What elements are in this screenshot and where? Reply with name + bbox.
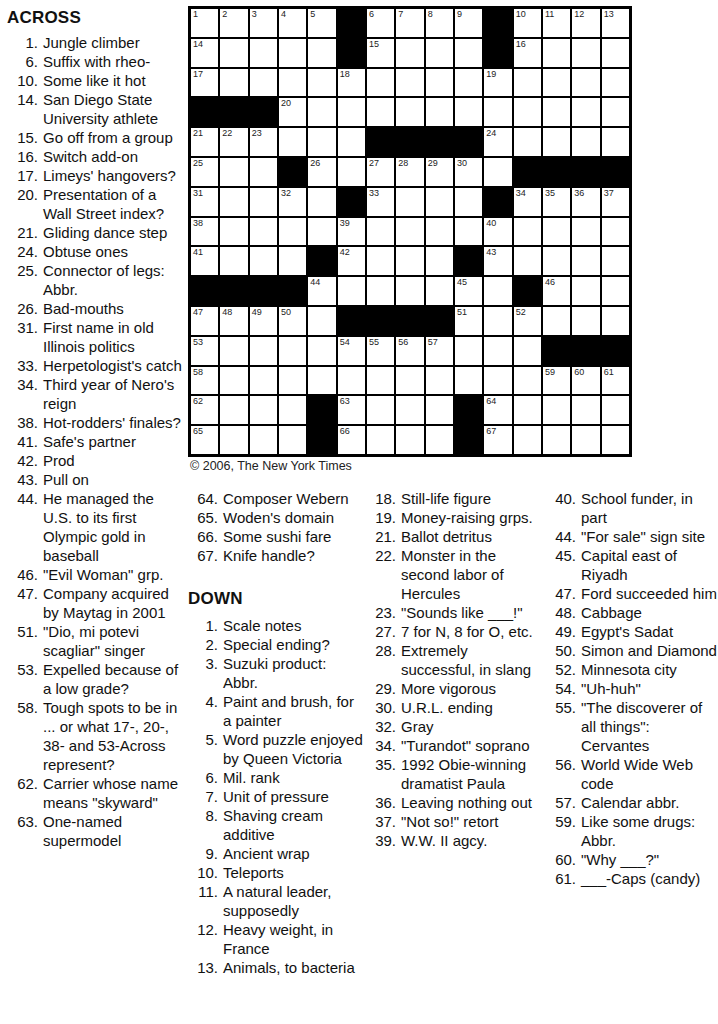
grid-cell[interactable] xyxy=(454,38,483,68)
grid-cell[interactable] xyxy=(601,276,630,306)
clue-number: 54. xyxy=(546,679,576,698)
grid-cell[interactable]: 34 xyxy=(513,187,542,217)
grid-cell[interactable]: 30 xyxy=(454,157,483,187)
clue-item: 55."The discoverer of all things": Cerva… xyxy=(546,698,718,755)
grid-cell[interactable] xyxy=(249,246,278,276)
grid-cell[interactable] xyxy=(542,306,571,336)
grid-cell[interactable] xyxy=(601,217,630,247)
black-cell xyxy=(337,8,366,38)
grid-cell[interactable] xyxy=(454,366,483,396)
grid-cell[interactable] xyxy=(601,68,630,98)
grid-cell[interactable] xyxy=(454,187,483,217)
grid-cell[interactable]: 42 xyxy=(337,246,366,276)
grid-cell[interactable] xyxy=(571,395,600,425)
clue-number: 16. xyxy=(2,147,38,166)
clue-text: 7 for N, 8 for O, etc. xyxy=(401,622,538,641)
grid-cell[interactable] xyxy=(249,68,278,98)
black-cell xyxy=(337,38,366,68)
grid-cell[interactable] xyxy=(542,127,571,157)
grid-cell[interactable]: 3 xyxy=(249,8,278,38)
grid-cell[interactable] xyxy=(366,68,395,98)
grid-cell[interactable] xyxy=(366,366,395,396)
clue-text: Connector of legs: Abbr. xyxy=(43,261,184,299)
black-cell xyxy=(366,306,395,336)
grid-cell[interactable]: 61 xyxy=(601,366,630,396)
grid-cell[interactable] xyxy=(425,38,454,68)
grid-cell[interactable] xyxy=(513,395,542,425)
black-cell xyxy=(219,276,248,306)
grid-cell[interactable] xyxy=(278,68,307,98)
grid-cell[interactable] xyxy=(249,366,278,396)
grid-cell[interactable] xyxy=(395,68,424,98)
clue-number: 67. xyxy=(188,546,218,565)
clue-item: 21.Gliding dance step xyxy=(2,223,184,242)
grid-cell[interactable] xyxy=(454,97,483,127)
grid-cell[interactable]: 46 xyxy=(542,276,571,306)
clue-text: Ancient wrap xyxy=(223,844,363,863)
grid-cell[interactable]: 28 xyxy=(395,157,424,187)
grid-cell[interactable]: 23 xyxy=(249,127,278,157)
black-cell xyxy=(307,425,336,455)
grid-cell[interactable] xyxy=(483,366,512,396)
cell-number: 1 xyxy=(193,9,198,20)
grid-cell[interactable] xyxy=(425,425,454,455)
grid-cell[interactable]: 66 xyxy=(337,425,366,455)
grid-cell[interactable] xyxy=(483,97,512,127)
grid-cell[interactable] xyxy=(278,336,307,366)
grid-cell[interactable] xyxy=(337,276,366,306)
across-clues-column: ACROSS 1.Jungle climber6.Suffix with rhe… xyxy=(2,8,184,850)
grid-cell[interactable] xyxy=(249,217,278,247)
grid-cell[interactable]: 63 xyxy=(337,395,366,425)
grid-cell[interactable] xyxy=(571,68,600,98)
grid-cell[interactable] xyxy=(571,127,600,157)
clue-text: Some like it hot xyxy=(43,71,184,90)
clue-text: First name in old Illinois politics xyxy=(43,318,184,356)
grid-cell[interactable]: 38 xyxy=(190,217,219,247)
grid-cell[interactable]: 13 xyxy=(601,8,630,38)
grid-cell[interactable]: 15 xyxy=(366,38,395,68)
clue-text: Limeys' hangovers? xyxy=(43,166,184,185)
grid-cell[interactable]: 49 xyxy=(249,306,278,336)
grid-cell[interactable]: 6 xyxy=(366,8,395,38)
grid-cell[interactable]: 67 xyxy=(483,425,512,455)
cell-number: 56 xyxy=(398,337,408,348)
grid-cell[interactable] xyxy=(425,97,454,127)
grid-cell[interactable] xyxy=(483,306,512,336)
grid-cell[interactable] xyxy=(395,217,424,247)
grid-cell[interactable] xyxy=(278,366,307,396)
clue-number: 17. xyxy=(2,166,38,185)
grid-cell[interactable] xyxy=(425,366,454,396)
grid-cell[interactable] xyxy=(542,68,571,98)
grid-cell[interactable] xyxy=(395,97,424,127)
black-cell xyxy=(542,157,571,187)
clue-item: 53.Expelled because of a low grade? xyxy=(2,660,184,698)
grid-cell[interactable] xyxy=(513,425,542,455)
grid-cell[interactable] xyxy=(425,217,454,247)
grid-cell[interactable]: 5 xyxy=(307,8,336,38)
grid-cell[interactable] xyxy=(219,217,248,247)
grid-cell[interactable] xyxy=(513,217,542,247)
clue-item: 66.Some sushi fare xyxy=(188,527,363,546)
grid-cell[interactable] xyxy=(513,336,542,366)
grid-cell[interactable] xyxy=(601,395,630,425)
clue-item: 24.Obtuse ones xyxy=(2,242,184,261)
clue-number: 25. xyxy=(2,261,38,299)
grid-cell[interactable]: 10 xyxy=(513,8,542,38)
cell-number: 23 xyxy=(252,128,262,139)
grid-cell[interactable] xyxy=(307,217,336,247)
grid-cell[interactable] xyxy=(366,246,395,276)
grid-cell[interactable] xyxy=(307,97,336,127)
grid-cell[interactable] xyxy=(219,336,248,366)
clue-text: W.W. II agcy. xyxy=(401,831,538,850)
grid-cell[interactable] xyxy=(219,246,248,276)
grid-cell[interactable] xyxy=(542,395,571,425)
clue-text: "Turandot" soprano xyxy=(401,736,538,755)
grid-cell[interactable] xyxy=(571,306,600,336)
clue-item: 17.Limeys' hangovers? xyxy=(2,166,184,185)
grid-cell[interactable] xyxy=(395,38,424,68)
grid-cell[interactable] xyxy=(395,395,424,425)
clue-item: 45.Capital east of Riyadh xyxy=(546,546,718,584)
cell-number: 5 xyxy=(310,9,315,20)
grid-cell[interactable] xyxy=(571,246,600,276)
grid-cell[interactable] xyxy=(366,425,395,455)
grid-cell[interactable] xyxy=(219,366,248,396)
grid-cell[interactable] xyxy=(219,68,248,98)
grid-cell[interactable] xyxy=(337,97,366,127)
clue-item: 54."Uh-huh" xyxy=(546,679,718,698)
grid-cell[interactable]: 62 xyxy=(190,395,219,425)
clue-text: One-named supermodel xyxy=(43,812,184,850)
grid-cell[interactable] xyxy=(249,38,278,68)
grid-cell[interactable]: 31 xyxy=(190,187,219,217)
cell-number: 35 xyxy=(545,188,555,199)
grid-cell[interactable] xyxy=(571,217,600,247)
grid-cell[interactable]: 12 xyxy=(571,8,600,38)
clue-item: 31.First name in old Illinois politics xyxy=(2,318,184,356)
clue-number: 40. xyxy=(546,489,576,527)
grid-cell[interactable] xyxy=(513,366,542,396)
grid-cell[interactable] xyxy=(483,157,512,187)
grid-cell[interactable] xyxy=(571,425,600,455)
black-cell xyxy=(483,187,512,217)
grid-cell[interactable] xyxy=(219,425,248,455)
black-cell xyxy=(483,8,512,38)
black-cell xyxy=(307,395,336,425)
clue-number: 1. xyxy=(2,33,38,52)
clue-item: 2.Special ending? xyxy=(188,635,363,654)
grid-cell[interactable] xyxy=(395,187,424,217)
clue-text: Calendar abbr. xyxy=(581,793,718,812)
grid-cell[interactable] xyxy=(337,127,366,157)
grid-cell[interactable] xyxy=(219,157,248,187)
grid-cell[interactable] xyxy=(249,187,278,217)
clue-text: Some sushi fare xyxy=(223,527,363,546)
grid-cell[interactable]: 18 xyxy=(337,68,366,98)
grid-cell[interactable] xyxy=(337,157,366,187)
cell-number: 52 xyxy=(516,307,526,318)
grid-cell[interactable] xyxy=(542,425,571,455)
clue-text: Third year of Nero's reign xyxy=(43,375,184,413)
grid-cell[interactable]: 41 xyxy=(190,246,219,276)
grid-cell[interactable] xyxy=(513,68,542,98)
grid-cell[interactable] xyxy=(513,127,542,157)
grid-cell[interactable]: 9 xyxy=(454,8,483,38)
grid-cell[interactable]: 47 xyxy=(190,306,219,336)
grid-cell[interactable] xyxy=(601,306,630,336)
grid-cell[interactable] xyxy=(571,276,600,306)
grid-cell[interactable] xyxy=(307,68,336,98)
grid-cell[interactable]: 17 xyxy=(190,68,219,98)
clue-text: Bad-mouths xyxy=(43,299,184,318)
grid-cell[interactable] xyxy=(454,336,483,366)
clue-item: 38.Hot-rodders' finales? xyxy=(2,413,184,432)
grid-cell[interactable] xyxy=(278,217,307,247)
down-header: DOWN xyxy=(188,589,363,609)
clue-item: 18.Still-life figure xyxy=(366,489,538,508)
grid-cell[interactable]: 26 xyxy=(307,157,336,187)
grid-cell[interactable] xyxy=(483,276,512,306)
grid-cell[interactable] xyxy=(278,127,307,157)
clue-text: "For sale" sign site xyxy=(581,527,718,546)
grid-cell[interactable] xyxy=(395,276,424,306)
cell-number: 4 xyxy=(281,9,286,20)
grid-cell[interactable] xyxy=(278,38,307,68)
grid-cell[interactable]: 1 xyxy=(190,8,219,38)
grid-cell[interactable] xyxy=(454,68,483,98)
grid-cell[interactable] xyxy=(425,187,454,217)
grid-cell[interactable] xyxy=(542,217,571,247)
cell-number: 67 xyxy=(486,426,496,437)
grid-cell[interactable]: 50 xyxy=(278,306,307,336)
grid-cell[interactable] xyxy=(219,38,248,68)
grid-cell[interactable]: 64 xyxy=(483,395,512,425)
grid-cell[interactable] xyxy=(249,336,278,366)
grid-cell[interactable] xyxy=(542,38,571,68)
grid-cell[interactable] xyxy=(601,425,630,455)
grid-cell[interactable] xyxy=(425,395,454,425)
clue-number: 44. xyxy=(2,489,38,565)
grid-cell[interactable] xyxy=(601,38,630,68)
clue-item: 20.Presentation of a Wall Street index? xyxy=(2,185,184,223)
clue-text: Woden's domain xyxy=(223,508,363,527)
grid-cell[interactable] xyxy=(425,68,454,98)
grid-cell[interactable]: 53 xyxy=(190,336,219,366)
grid-cell[interactable]: 51 xyxy=(454,306,483,336)
grid-cell[interactable] xyxy=(219,187,248,217)
grid-cell[interactable] xyxy=(366,395,395,425)
grid-cell[interactable] xyxy=(307,38,336,68)
black-cell xyxy=(425,127,454,157)
grid-cell[interactable]: 44 xyxy=(307,276,336,306)
cell-number: 10 xyxy=(516,9,526,20)
clue-item: 48.Cabbage xyxy=(546,603,718,622)
grid-cell[interactable]: 45 xyxy=(454,276,483,306)
cell-number: 22 xyxy=(222,128,232,139)
cell-number: 66 xyxy=(340,426,350,437)
clue-text: He managed the U.S. to its first Olympic… xyxy=(43,489,184,565)
grid-cell[interactable] xyxy=(483,336,512,366)
cell-number: 34 xyxy=(516,188,526,199)
grid-cell[interactable]: 56 xyxy=(395,336,424,366)
clue-number: 47. xyxy=(546,584,576,603)
clue-text: Obtuse ones xyxy=(43,242,184,261)
grid-cell[interactable]: 7 xyxy=(395,8,424,38)
grid-cell[interactable] xyxy=(601,127,630,157)
clue-item: 57.Calendar abbr. xyxy=(546,793,718,812)
grid-cell[interactable] xyxy=(278,395,307,425)
cell-number: 45 xyxy=(457,277,467,288)
cell-number: 32 xyxy=(281,188,291,199)
clue-item: 44.He managed the U.S. to its first Olym… xyxy=(2,489,184,565)
clue-text: "Not so!" retort xyxy=(401,812,538,831)
clue-item: 26.Bad-mouths xyxy=(2,299,184,318)
grid-cell[interactable] xyxy=(219,395,248,425)
grid-cell[interactable]: 58 xyxy=(190,366,219,396)
cell-number: 50 xyxy=(281,307,291,318)
grid-cell[interactable]: 21 xyxy=(190,127,219,157)
clue-number: 1. xyxy=(188,616,218,635)
grid-cell[interactable]: 22 xyxy=(219,127,248,157)
grid-cell[interactable]: 36 xyxy=(571,187,600,217)
grid-cell[interactable] xyxy=(307,366,336,396)
cell-number: 62 xyxy=(193,396,203,407)
clue-text: "Evil Woman" grp. xyxy=(43,565,184,584)
grid-cell[interactable]: 27 xyxy=(366,157,395,187)
grid-cell[interactable] xyxy=(542,246,571,276)
clue-number: 5. xyxy=(188,730,218,768)
black-cell xyxy=(542,336,571,366)
grid-cell[interactable] xyxy=(395,366,424,396)
clue-number: 2. xyxy=(188,635,218,654)
grid-cell[interactable]: 32 xyxy=(278,187,307,217)
clue-number: 18. xyxy=(366,489,396,508)
grid-cell[interactable] xyxy=(601,246,630,276)
clue-item: 56.World Wide Web code xyxy=(546,755,718,793)
clue-text: "Uh-huh" xyxy=(581,679,718,698)
clue-text: 1992 Obie-winning dramatist Paula xyxy=(401,755,538,793)
black-cell xyxy=(483,38,512,68)
grid-cell[interactable] xyxy=(513,97,542,127)
grid-cell[interactable]: 11 xyxy=(542,8,571,38)
grid-cell[interactable] xyxy=(278,425,307,455)
grid-cell[interactable] xyxy=(366,97,395,127)
clue-text: San Diego State University athlete xyxy=(43,90,184,128)
grid-cell[interactable] xyxy=(307,127,336,157)
black-cell xyxy=(571,336,600,366)
grid-cell[interactable]: 16 xyxy=(513,38,542,68)
black-cell xyxy=(454,395,483,425)
grid-cell[interactable]: 2 xyxy=(219,8,248,38)
grid-cell[interactable]: 57 xyxy=(425,336,454,366)
clue-item: 13.Animals, to bacteria xyxy=(188,958,363,977)
grid-cell[interactable]: 40 xyxy=(483,217,512,247)
across-clue-list-tail: 64.Composer Webern65.Woden's domain66.So… xyxy=(188,489,363,565)
grid-cell[interactable]: 24 xyxy=(483,127,512,157)
grid-cell[interactable]: 25 xyxy=(190,157,219,187)
clue-text: More vigorous xyxy=(401,679,538,698)
grid-cell[interactable]: 19 xyxy=(483,68,512,98)
grid-cell[interactable] xyxy=(249,395,278,425)
grid-cell[interactable]: 39 xyxy=(337,217,366,247)
cell-number: 36 xyxy=(574,188,584,199)
grid-cell[interactable]: 55 xyxy=(366,336,395,366)
grid-cell[interactable] xyxy=(513,246,542,276)
grid-cell[interactable]: 43 xyxy=(483,246,512,276)
clue-item: 49.Egypt's Sadat xyxy=(546,622,718,641)
cell-number: 26 xyxy=(310,158,320,169)
grid-cell[interactable] xyxy=(425,246,454,276)
grid-cell[interactable] xyxy=(601,97,630,127)
cell-number: 17 xyxy=(193,69,203,80)
grid-cell[interactable]: 29 xyxy=(425,157,454,187)
grid-cell[interactable] xyxy=(249,425,278,455)
grid-cell[interactable] xyxy=(425,276,454,306)
grid-cell[interactable]: 59 xyxy=(542,366,571,396)
clue-text: Suffix with rheo- xyxy=(43,52,184,71)
clue-item: 14.San Diego State University athlete xyxy=(2,90,184,128)
grid-cell[interactable] xyxy=(395,246,424,276)
clue-number: 63. xyxy=(2,812,38,850)
grid-cell[interactable] xyxy=(571,97,600,127)
grid-cell[interactable]: 33 xyxy=(366,187,395,217)
grid-cell[interactable] xyxy=(307,336,336,366)
grid-cell[interactable] xyxy=(542,97,571,127)
grid-cell[interactable]: 48 xyxy=(219,306,248,336)
cell-number: 27 xyxy=(369,158,379,169)
black-cell xyxy=(513,276,542,306)
grid-cell[interactable]: 37 xyxy=(601,187,630,217)
clue-number: 10. xyxy=(2,71,38,90)
clue-text: "The discoverer of all things": Cervante… xyxy=(581,698,718,755)
grid-cell[interactable] xyxy=(307,306,336,336)
clue-text: U.R.L. ending xyxy=(401,698,538,717)
clue-item: 37."Not so!" retort xyxy=(366,812,538,831)
grid-cell[interactable] xyxy=(249,157,278,187)
grid-cell[interactable] xyxy=(571,38,600,68)
grid-cell[interactable] xyxy=(337,366,366,396)
grid-cell[interactable]: 14 xyxy=(190,38,219,68)
cell-number: 65 xyxy=(193,426,203,437)
grid-cell[interactable]: 8 xyxy=(425,8,454,38)
clue-text: Gray xyxy=(401,717,538,736)
grid-cell[interactable] xyxy=(366,276,395,306)
grid-cell[interactable] xyxy=(307,187,336,217)
grid-cell[interactable] xyxy=(278,246,307,276)
grid-cell[interactable]: 20 xyxy=(278,97,307,127)
clue-item: 16.Switch add-on xyxy=(2,147,184,166)
grid-cell[interactable]: 35 xyxy=(542,187,571,217)
grid-cell[interactable] xyxy=(395,425,424,455)
clues-column-4: 40.School funder, in part44."For sale" s… xyxy=(546,489,718,888)
clue-number: 10. xyxy=(188,863,218,882)
grid-cell[interactable]: 65 xyxy=(190,425,219,455)
clue-number: 48. xyxy=(546,603,576,622)
grid-cell[interactable]: 4 xyxy=(278,8,307,38)
grid-cell[interactable]: 54 xyxy=(337,336,366,366)
clue-number: 47. xyxy=(2,584,38,622)
grid-cell[interactable]: 60 xyxy=(571,366,600,396)
clue-text: Simon and Diamond xyxy=(581,641,718,660)
grid-cell[interactable] xyxy=(454,217,483,247)
grid-cell[interactable]: 52 xyxy=(513,306,542,336)
cell-number: 43 xyxy=(486,247,496,258)
clue-text: Minnesota city xyxy=(581,660,718,679)
grid-cell[interactable] xyxy=(366,217,395,247)
